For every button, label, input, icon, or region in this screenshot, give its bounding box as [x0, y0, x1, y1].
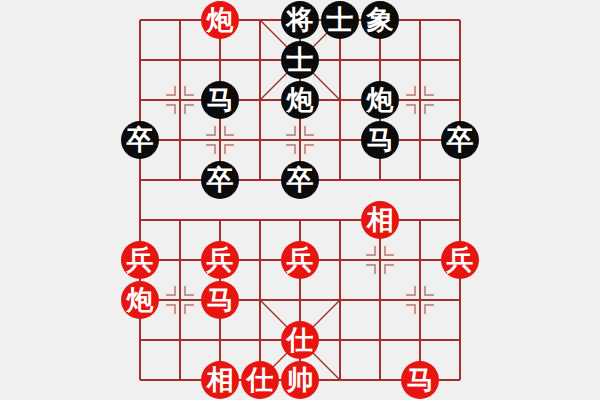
red-horse[interactable]: 马: [201, 281, 239, 319]
red-soldier[interactable]: 兵: [121, 241, 159, 279]
point-marker: [286, 126, 314, 154]
black-general[interactable]: 将: [281, 1, 319, 39]
red-soldier[interactable]: 兵: [201, 241, 239, 279]
red-elephant[interactable]: 相: [201, 361, 239, 399]
red-cannon[interactable]: 炮: [121, 281, 159, 319]
red-cannon[interactable]: 炮: [201, 1, 239, 39]
black-soldier[interactable]: 卒: [201, 161, 239, 199]
black-soldier[interactable]: 卒: [121, 121, 159, 159]
black-advisor[interactable]: 士: [321, 1, 359, 39]
xiangqi-board: 炮将士象士马炮炮卒马卒卒卒相兵兵兵兵炮马仕相仕帅马: [0, 0, 600, 400]
black-horse[interactable]: 马: [201, 81, 239, 119]
point-marker: [166, 286, 194, 314]
point-marker: [406, 286, 434, 314]
black-cannon[interactable]: 炮: [281, 81, 319, 119]
red-soldier[interactable]: 兵: [281, 241, 319, 279]
point-marker: [166, 86, 194, 114]
black-horse[interactable]: 马: [361, 121, 399, 159]
red-advisor[interactable]: 仕: [281, 321, 319, 359]
red-general[interactable]: 帅: [281, 361, 319, 399]
red-advisor[interactable]: 仕: [241, 361, 279, 399]
black-advisor[interactable]: 士: [281, 41, 319, 79]
black-elephant[interactable]: 象: [361, 1, 399, 39]
black-soldier[interactable]: 卒: [441, 121, 479, 159]
point-marker: [206, 126, 234, 154]
red-horse[interactable]: 马: [401, 361, 439, 399]
black-soldier[interactable]: 卒: [281, 161, 319, 199]
red-soldier[interactable]: 兵: [441, 241, 479, 279]
point-marker: [366, 246, 394, 274]
black-cannon[interactable]: 炮: [361, 81, 399, 119]
point-marker: [406, 86, 434, 114]
red-elephant[interactable]: 相: [361, 201, 399, 239]
